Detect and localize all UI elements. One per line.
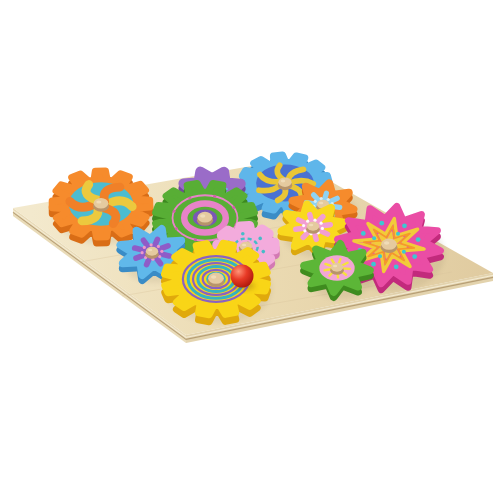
gear-yellow-spiral xyxy=(165,243,273,323)
scene-canvas xyxy=(0,0,500,500)
wooden-peg xyxy=(94,198,109,209)
wooden-peg xyxy=(146,247,158,256)
wooden-peg xyxy=(381,239,397,250)
wooden-peg xyxy=(208,273,224,284)
gear-green-sun xyxy=(304,244,373,299)
wooden-peg xyxy=(331,263,343,272)
gear-puzzle-product-photo xyxy=(0,0,500,500)
wooden-peg xyxy=(307,222,319,231)
wooden-peg xyxy=(278,177,291,187)
wooden-peg xyxy=(198,212,213,223)
